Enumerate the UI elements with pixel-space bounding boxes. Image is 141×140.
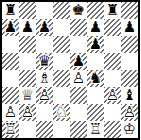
square-f2[interactable] <box>87 104 104 121</box>
piece-black-pawn: ♟ <box>2 19 19 36</box>
piece-black-rook: ♜ <box>104 2 121 19</box>
piece-black-pawn: ♟ <box>87 19 104 36</box>
piece-black-pawn: ♟ <box>36 19 53 36</box>
square-d4[interactable] <box>53 70 70 87</box>
square-c7[interactable]: ♟ <box>36 19 53 36</box>
piece-white-pawn: ♟♙ <box>70 70 87 87</box>
piece-black-rook: ♜ <box>2 2 19 19</box>
square-f7[interactable]: ♟ <box>87 19 104 36</box>
piece-white-pawn: ♟♙ <box>104 87 121 104</box>
piece-white-rook: ♜♖ <box>2 121 19 138</box>
square-e7[interactable] <box>70 19 87 36</box>
square-f4[interactable]: ♞ <box>87 70 104 87</box>
square-f1[interactable]: ♜♖ <box>87 121 104 138</box>
square-h1[interactable]: ♚♔ <box>121 121 138 138</box>
square-d2[interactable]: ♞♘ <box>53 104 70 121</box>
square-b3[interactable]: ♛♕ <box>19 87 36 104</box>
square-f8[interactable] <box>87 2 104 19</box>
square-h8[interactable] <box>121 2 138 19</box>
square-e6[interactable] <box>70 36 87 53</box>
square-f3[interactable] <box>87 87 104 104</box>
square-e3[interactable] <box>70 87 87 104</box>
piece-white-rook: ♜♖ <box>87 121 104 138</box>
square-c6[interactable] <box>36 36 53 53</box>
square-e4[interactable]: ♟♙ <box>70 70 87 87</box>
square-d5[interactable] <box>53 53 70 70</box>
square-h2[interactable]: ♟♙ <box>121 104 138 121</box>
chess-diagram: ♜♚♜♟♟♟♟♟♟♛♟♝♗♟♙♞♛♕♟♙♟♙♝♟♙♟♙♞♘♟♙♜♖♜♖♚♔ <box>0 0 141 140</box>
piece-black-pawn: ♟ <box>87 36 104 53</box>
square-a7[interactable]: ♟ <box>2 19 19 36</box>
square-a1[interactable]: ♜♖ <box>2 121 19 138</box>
square-b6[interactable] <box>19 36 36 53</box>
piece-white-pawn: ♟♙ <box>2 104 19 121</box>
square-h3[interactable]: ♝ <box>121 87 138 104</box>
square-c3[interactable]: ♟♙ <box>36 87 53 104</box>
square-g4[interactable] <box>104 70 121 87</box>
square-f6[interactable]: ♟ <box>87 36 104 53</box>
square-d7[interactable] <box>53 19 70 36</box>
square-f5[interactable] <box>87 53 104 70</box>
piece-white-bishop: ♝♗ <box>36 70 53 87</box>
square-b2[interactable]: ♟♙ <box>19 104 36 121</box>
square-a3[interactable] <box>2 87 19 104</box>
square-b1[interactable] <box>19 121 36 138</box>
piece-white-knight: ♞♘ <box>53 104 70 121</box>
square-g6[interactable] <box>104 36 121 53</box>
square-d8[interactable] <box>53 2 70 19</box>
square-g8[interactable]: ♜ <box>104 2 121 19</box>
piece-white-queen: ♛♕ <box>19 87 36 104</box>
square-d1[interactable] <box>53 121 70 138</box>
square-g5[interactable] <box>104 53 121 70</box>
square-g1[interactable] <box>104 121 121 138</box>
piece-white-pawn: ♟♙ <box>121 104 138 121</box>
piece-black-pawn: ♟ <box>121 19 138 36</box>
square-h4[interactable] <box>121 70 138 87</box>
square-h5[interactable] <box>121 53 138 70</box>
square-h6[interactable] <box>121 36 138 53</box>
square-c5[interactable]: ♛ <box>36 53 53 70</box>
square-d6[interactable] <box>53 36 70 53</box>
square-b5[interactable] <box>19 53 36 70</box>
square-h7[interactable]: ♟ <box>121 19 138 36</box>
square-a8[interactable]: ♜ <box>2 2 19 19</box>
square-e1[interactable] <box>70 121 87 138</box>
square-a2[interactable]: ♟♙ <box>2 104 19 121</box>
square-c4[interactable]: ♝♗ <box>36 70 53 87</box>
square-c1[interactable] <box>36 121 53 138</box>
square-b8[interactable] <box>19 2 36 19</box>
piece-black-pawn: ♟ <box>70 53 87 70</box>
square-g3[interactable]: ♟♙ <box>104 87 121 104</box>
square-e5[interactable]: ♟ <box>70 53 87 70</box>
square-g7[interactable] <box>104 19 121 36</box>
square-e8[interactable]: ♚ <box>70 2 87 19</box>
square-a4[interactable] <box>2 70 19 87</box>
piece-black-knight: ♞ <box>87 70 104 87</box>
square-c8[interactable] <box>36 2 53 19</box>
square-c2[interactable] <box>36 104 53 121</box>
square-b4[interactable] <box>19 70 36 87</box>
piece-black-pawn: ♟ <box>19 19 36 36</box>
square-g2[interactable] <box>104 104 121 121</box>
piece-white-pawn: ♟♙ <box>19 104 36 121</box>
chess-board: ♜♚♜♟♟♟♟♟♟♛♟♝♗♟♙♞♛♕♟♙♟♙♝♟♙♟♙♞♘♟♙♜♖♜♖♚♔ <box>0 0 140 140</box>
square-e2[interactable] <box>70 104 87 121</box>
square-a5[interactable] <box>2 53 19 70</box>
square-b7[interactable]: ♟ <box>19 19 36 36</box>
piece-black-queen: ♛ <box>36 53 53 70</box>
piece-white-pawn: ♟♙ <box>36 87 53 104</box>
piece-white-king: ♚♔ <box>121 121 138 138</box>
square-a6[interactable] <box>2 36 19 53</box>
square-d3[interactable] <box>53 87 70 104</box>
piece-black-king: ♚ <box>70 2 87 19</box>
piece-black-bishop: ♝ <box>121 87 138 104</box>
